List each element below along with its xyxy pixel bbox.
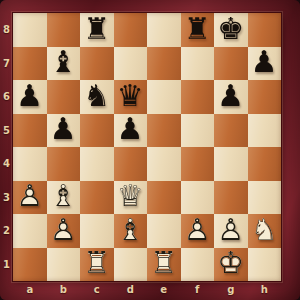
file-label-f: f [181, 281, 215, 300]
square-f7[interactable] [181, 47, 215, 81]
white-bishop-outline-icon: ♗ [114, 215, 148, 245]
white-pawn-f2[interactable]: ♟♙ [181, 214, 215, 248]
white-rook-outline-icon: ♖ [147, 249, 181, 279]
square-b1[interactable] [47, 248, 81, 282]
square-g4[interactable] [214, 147, 248, 181]
rank-label-1: 1 [0, 248, 13, 282]
square-d3[interactable]: ♛♕ [114, 181, 148, 215]
rank-label-6: 6 [0, 80, 13, 114]
square-g3[interactable] [214, 181, 248, 215]
rank-label-4: 4 [0, 147, 13, 181]
chess-board: ♜♜♚♝♟♟♞♛♟♟♟♟♙♝♗♛♕♟♙♝♗♟♙♟♙♞♘♜♖♜♖♚♔ [13, 13, 281, 281]
white-knight-h2[interactable]: ♞♘ [248, 214, 282, 248]
square-a4[interactable] [13, 147, 47, 181]
square-a3[interactable]: ♟♙ [13, 181, 47, 215]
square-d6[interactable]: ♛ [114, 80, 148, 114]
white-rook-e1[interactable]: ♜♖ [147, 248, 181, 282]
square-e1[interactable]: ♜♖ [147, 248, 181, 282]
file-label-d: d [114, 281, 148, 300]
square-h4[interactable] [248, 147, 282, 181]
black-knight-icon: ♞ [80, 81, 114, 111]
square-e8[interactable] [147, 13, 181, 47]
black-rook-c8[interactable]: ♜ [80, 13, 114, 47]
square-h6[interactable] [248, 80, 282, 114]
square-d4[interactable] [114, 147, 148, 181]
square-f8[interactable]: ♜ [181, 13, 215, 47]
square-a6[interactable]: ♟ [13, 80, 47, 114]
square-c5[interactable] [80, 114, 114, 148]
square-b3[interactable]: ♝♗ [47, 181, 81, 215]
square-e7[interactable] [147, 47, 181, 81]
white-king-g1[interactable]: ♚♔ [214, 248, 248, 282]
file-label-e: e [147, 281, 181, 300]
square-g2[interactable]: ♟♙ [214, 214, 248, 248]
rank-label-2: 2 [0, 214, 13, 248]
square-f5[interactable] [181, 114, 215, 148]
white-pawn-outline-icon: ♙ [13, 182, 47, 212]
white-queen-outline-icon: ♕ [114, 182, 148, 212]
square-c4[interactable] [80, 147, 114, 181]
square-e6[interactable] [147, 80, 181, 114]
square-h3[interactable] [248, 181, 282, 215]
black-pawn-icon: ♟ [248, 48, 282, 78]
rank-label-5: 5 [0, 114, 13, 148]
black-rook-icon: ♜ [181, 14, 215, 44]
black-pawn-a6[interactable]: ♟ [13, 80, 47, 114]
square-b4[interactable] [47, 147, 81, 181]
square-e5[interactable] [147, 114, 181, 148]
black-bishop-b7[interactable]: ♝ [47, 47, 81, 81]
black-queen-d6[interactable]: ♛ [114, 80, 148, 114]
white-pawn-outline-icon: ♙ [214, 215, 248, 245]
rank-label-7: 7 [0, 47, 13, 81]
black-king-icon: ♚ [214, 14, 248, 44]
white-bishop-b3[interactable]: ♝♗ [47, 181, 81, 215]
square-d5[interactable]: ♟ [114, 114, 148, 148]
square-g7[interactable] [214, 47, 248, 81]
black-knight-c6[interactable]: ♞ [80, 80, 114, 114]
black-pawn-d5[interactable]: ♟ [114, 114, 148, 148]
square-f2[interactable]: ♟♙ [181, 214, 215, 248]
square-b8[interactable] [47, 13, 81, 47]
square-a7[interactable] [13, 47, 47, 81]
square-h8[interactable] [248, 13, 282, 47]
black-rook-icon: ♜ [80, 14, 114, 44]
black-pawn-h7[interactable]: ♟ [248, 47, 282, 81]
rank-label-3: 3 [0, 181, 13, 215]
square-c3[interactable] [80, 181, 114, 215]
square-f3[interactable] [181, 181, 215, 215]
black-pawn-icon: ♟ [47, 115, 81, 145]
square-e4[interactable] [147, 147, 181, 181]
square-a2[interactable] [13, 214, 47, 248]
square-g6[interactable]: ♟ [214, 80, 248, 114]
white-pawn-outline-icon: ♙ [47, 215, 81, 245]
square-a1[interactable] [13, 248, 47, 282]
square-d2[interactable]: ♝♗ [114, 214, 148, 248]
white-pawn-outline-icon: ♙ [181, 215, 215, 245]
white-pawn-a3[interactable]: ♟♙ [13, 181, 47, 215]
square-c1[interactable]: ♜♖ [80, 248, 114, 282]
square-h2[interactable]: ♞♘ [248, 214, 282, 248]
file-label-b: b [47, 281, 81, 300]
black-pawn-icon: ♟ [114, 115, 148, 145]
white-pawn-g2[interactable]: ♟♙ [214, 214, 248, 248]
file-label-a: a [13, 281, 47, 300]
black-pawn-g6[interactable]: ♟ [214, 80, 248, 114]
white-rook-outline-icon: ♖ [80, 249, 114, 279]
square-b7[interactable]: ♝ [47, 47, 81, 81]
black-pawn-icon: ♟ [214, 81, 248, 111]
square-g8[interactable]: ♚ [214, 13, 248, 47]
black-queen-icon: ♛ [114, 81, 148, 111]
black-pawn-icon: ♟ [13, 81, 47, 111]
black-pawn-b5[interactable]: ♟ [47, 114, 81, 148]
white-bishop-d2[interactable]: ♝♗ [114, 214, 148, 248]
square-e3[interactable] [147, 181, 181, 215]
square-c2[interactable] [80, 214, 114, 248]
square-f1[interactable] [181, 248, 215, 282]
square-g5[interactable] [214, 114, 248, 148]
square-d1[interactable] [114, 248, 148, 282]
square-g1[interactable]: ♚♔ [214, 248, 248, 282]
file-label-c: c [80, 281, 114, 300]
square-b2[interactable]: ♟♙ [47, 214, 81, 248]
square-h7[interactable]: ♟ [248, 47, 282, 81]
square-e2[interactable] [147, 214, 181, 248]
chess-board-frame: ♜♜♚♝♟♟♞♛♟♟♟♟♙♝♗♛♕♟♙♝♗♟♙♟♙♞♘♜♖♜♖♚♔ 876543… [0, 0, 300, 300]
square-d7[interactable] [114, 47, 148, 81]
white-bishop-outline-icon: ♗ [47, 182, 81, 212]
square-c6[interactable]: ♞ [80, 80, 114, 114]
white-rook-c1[interactable]: ♜♖ [80, 248, 114, 282]
black-rook-f8[interactable]: ♜ [181, 13, 215, 47]
square-a5[interactable] [13, 114, 47, 148]
square-h1[interactable] [248, 248, 282, 282]
square-f4[interactable] [181, 147, 215, 181]
file-label-g: g [214, 281, 248, 300]
square-f6[interactable] [181, 80, 215, 114]
file-label-h: h [248, 281, 282, 300]
square-h5[interactable] [248, 114, 282, 148]
square-b5[interactable]: ♟ [47, 114, 81, 148]
rank-label-8: 8 [0, 13, 13, 47]
square-c8[interactable]: ♜ [80, 13, 114, 47]
square-a8[interactable] [13, 13, 47, 47]
square-d8[interactable] [114, 13, 148, 47]
white-knight-outline-icon: ♘ [248, 215, 282, 245]
white-king-outline-icon: ♔ [214, 249, 248, 279]
square-b6[interactable] [47, 80, 81, 114]
white-pawn-b2[interactable]: ♟♙ [47, 214, 81, 248]
black-king-g8[interactable]: ♚ [214, 13, 248, 47]
black-bishop-icon: ♝ [47, 48, 81, 78]
white-queen-d3[interactable]: ♛♕ [114, 181, 148, 215]
square-c7[interactable] [80, 47, 114, 81]
